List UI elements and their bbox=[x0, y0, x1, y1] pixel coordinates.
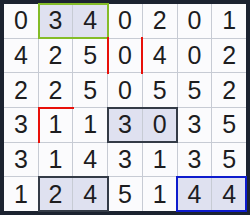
cell-r5c3[interactable]: 4 bbox=[73, 143, 107, 177]
cell-r1c7[interactable]: 1 bbox=[212, 4, 246, 38]
cell-r5c1[interactable]: 3 bbox=[4, 143, 38, 177]
cell-r5c6[interactable]: 3 bbox=[178, 143, 212, 177]
cell-r6c7[interactable]: 4 bbox=[212, 177, 246, 211]
cell-r2c6[interactable]: 0 bbox=[178, 39, 212, 73]
cell-r2c7[interactable]: 2 bbox=[212, 39, 246, 73]
board-grid-wrap: 0340201425040222505523113035314313512451… bbox=[4, 4, 246, 211]
cell-r3c3[interactable]: 5 bbox=[73, 73, 107, 107]
cell-r6c1[interactable]: 1 bbox=[4, 177, 38, 211]
cell-r1c6[interactable]: 0 bbox=[178, 4, 212, 38]
cell-r6c2[interactable]: 2 bbox=[39, 177, 73, 211]
cell-r1c4[interactable]: 0 bbox=[108, 4, 142, 38]
cell-r1c1[interactable]: 0 bbox=[4, 4, 38, 38]
cell-r4c7[interactable]: 5 bbox=[212, 108, 246, 142]
dominosa-board: 0340201425040222505523113035314313512451… bbox=[0, 0, 250, 215]
cell-r4c4[interactable]: 3 bbox=[108, 108, 142, 142]
cell-r1c2[interactable]: 3 bbox=[39, 4, 73, 38]
cell-r2c3[interactable]: 5 bbox=[73, 39, 107, 73]
cell-r2c1[interactable]: 4 bbox=[4, 39, 38, 73]
cell-r6c4[interactable]: 5 bbox=[108, 177, 142, 211]
cell-r3c6[interactable]: 5 bbox=[178, 73, 212, 107]
cell-r4c2[interactable]: 1 bbox=[39, 108, 73, 142]
cell-r3c7[interactable]: 2 bbox=[212, 73, 246, 107]
cell-r4c3[interactable]: 1 bbox=[73, 108, 107, 142]
cell-r3c5[interactable]: 5 bbox=[143, 73, 177, 107]
cell-r5c4[interactable]: 3 bbox=[108, 143, 142, 177]
cell-r2c2[interactable]: 2 bbox=[39, 39, 73, 73]
cell-r5c7[interactable]: 5 bbox=[212, 143, 246, 177]
cell-r6c3[interactable]: 4 bbox=[73, 177, 107, 211]
cell-r2c4[interactable]: 0 bbox=[108, 39, 142, 73]
cell-r4c6[interactable]: 3 bbox=[178, 108, 212, 142]
cell-r5c5[interactable]: 1 bbox=[143, 143, 177, 177]
cell-r4c1[interactable]: 3 bbox=[4, 108, 38, 142]
cell-r6c6[interactable]: 4 bbox=[178, 177, 212, 211]
cell-r3c2[interactable]: 2 bbox=[39, 73, 73, 107]
number-grid: 0340201425040222505523113035314313512451… bbox=[4, 4, 246, 211]
cell-r1c5[interactable]: 2 bbox=[143, 4, 177, 38]
cell-r4c5[interactable]: 0 bbox=[143, 108, 177, 142]
cell-r1c3[interactable]: 4 bbox=[73, 4, 107, 38]
cell-r6c5[interactable]: 1 bbox=[143, 177, 177, 211]
cell-r5c2[interactable]: 1 bbox=[39, 143, 73, 177]
cell-r3c4[interactable]: 0 bbox=[108, 73, 142, 107]
cell-r2c5[interactable]: 4 bbox=[143, 39, 177, 73]
cell-r3c1[interactable]: 2 bbox=[4, 73, 38, 107]
